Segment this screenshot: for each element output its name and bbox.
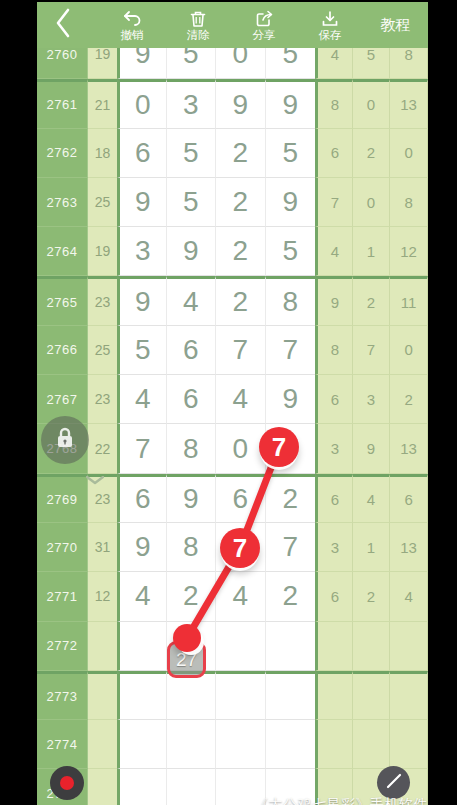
- record-button[interactable]: [50, 766, 84, 800]
- extra-cell-2761-3: 13: [390, 79, 428, 128]
- share-button[interactable]: 分享: [231, 2, 297, 48]
- marker-circle-2768[interactable]: 7: [259, 427, 299, 467]
- collapse-chevron-icon[interactable]: [86, 471, 104, 489]
- undo-label: 撤销: [121, 29, 144, 41]
- digit-cell-2763-2[interactable]: 5: [167, 178, 217, 227]
- extra-cell-2769-2: 4: [353, 474, 391, 523]
- extra-cell-2765-2: 2: [353, 276, 391, 325]
- digit-cell-2773-1[interactable]: [117, 671, 167, 720]
- extra-cell-2774-1: [315, 720, 353, 769]
- share-icon: [255, 10, 274, 28]
- digit-cell-2772-4[interactable]: [266, 622, 316, 671]
- digit-cell-2774-1[interactable]: [117, 720, 167, 769]
- extra-cell-2761-2: 0: [353, 79, 391, 128]
- digit-cell-2769-2[interactable]: 9: [167, 474, 217, 523]
- extra-cell-2769-3: 6: [390, 474, 428, 523]
- extra-cell-2767-1: 6: [315, 375, 353, 424]
- digit-cell-2775-1[interactable]: [117, 769, 167, 805]
- extra-cell-2766-1: 8: [315, 326, 353, 375]
- extra-cell-2763-2: 0: [353, 178, 391, 227]
- extra-cell-2760-1: 4: [315, 48, 353, 79]
- extra-cell-2765-3: 11: [390, 276, 428, 325]
- extra-cell-2760-3: 8: [390, 48, 428, 79]
- sum-cell-2772: [88, 622, 117, 671]
- sum-cell-2765: 23: [88, 276, 117, 325]
- digit-cell-2769-3[interactable]: 6: [216, 474, 266, 523]
- issue-cell-2771: 2771: [37, 572, 88, 621]
- digit-cell-2772-3[interactable]: [216, 622, 266, 671]
- undo-icon: [122, 10, 142, 28]
- digit-cell-2763-1[interactable]: 9: [117, 178, 167, 227]
- digit-cell-2771-1[interactable]: 4: [117, 572, 167, 621]
- undo-button[interactable]: 撤销: [99, 2, 165, 48]
- sum-cell-2767: 23: [88, 375, 117, 424]
- extra-cell-2762-1: 6: [315, 129, 353, 178]
- digit-cell-2770-2[interactable]: 8: [167, 523, 217, 572]
- extra-cell-2764-3: 12: [390, 227, 428, 276]
- pencil-icon: [383, 770, 405, 796]
- digit-cell-2760-1[interactable]: 9: [117, 48, 167, 79]
- sum-cell-2768: 22: [88, 424, 117, 473]
- digit-cell-2760-3[interactable]: 0: [216, 48, 266, 79]
- digit-cell-2774-2[interactable]: [167, 720, 217, 769]
- number-grid: 2760199505458276121039980132762186525620…: [37, 48, 428, 805]
- sum-cell-2773: [88, 671, 117, 720]
- clear-label: 清除: [187, 29, 210, 41]
- extra-cell-2770-3: 13: [390, 523, 428, 572]
- digit-cell-2761-1[interactable]: 0: [117, 79, 167, 128]
- digit-cell-2770-1[interactable]: 9: [117, 523, 167, 572]
- digit-cell-2766-3[interactable]: 7: [216, 326, 266, 375]
- digit-cell-2774-3[interactable]: [216, 720, 266, 769]
- digit-cell-2767-2[interactable]: 6: [167, 375, 217, 424]
- digit-cell-2762-3[interactable]: 2: [216, 129, 266, 178]
- digit-cell-2773-2[interactable]: [167, 671, 217, 720]
- digit-cell-2771-3[interactable]: 4: [216, 572, 266, 621]
- marker-dot-2772[interactable]: [173, 624, 201, 652]
- extra-cell-2768-1: 3: [315, 424, 353, 473]
- extra-cell-2770-2: 1: [353, 523, 391, 572]
- extra-cell-2764-1: 4: [315, 227, 353, 276]
- digit-cell-2766-4[interactable]: 7: [266, 326, 316, 375]
- sum-cell-2763: 25: [88, 178, 117, 227]
- issue-cell-2770: 2770: [37, 523, 88, 572]
- extra-cell-2763-1: 7: [315, 178, 353, 227]
- digit-cell-2766-1[interactable]: 5: [117, 326, 167, 375]
- extra-cell-2771-3: 4: [390, 572, 428, 621]
- extra-cell-2773-3: [390, 671, 428, 720]
- digit-cell-2769-1[interactable]: 6: [117, 474, 167, 523]
- digit-cell-2765-3[interactable]: 2: [216, 276, 266, 325]
- extra-cell-2768-2: 9: [353, 424, 391, 473]
- issue-cell-2772: 2772: [37, 622, 88, 671]
- extra-cell-2761-1: 8: [315, 79, 353, 128]
- digit-cell-2763-4[interactable]: 9: [266, 178, 316, 227]
- tutorial-button[interactable]: 教程: [363, 2, 428, 48]
- digit-cell-2773-3[interactable]: [216, 671, 266, 720]
- digit-cell-2773-4[interactable]: [266, 671, 316, 720]
- issue-cell-2764: 2764: [37, 227, 88, 276]
- sum-cell-2775: [88, 769, 117, 805]
- extra-cell-2768-3: 13: [390, 424, 428, 473]
- digit-cell-2762-2[interactable]: 5: [167, 129, 217, 178]
- issue-cell-2761: 2761: [37, 79, 88, 128]
- digit-cell-2765-4[interactable]: 8: [266, 276, 316, 325]
- sum-cell-2771: 12: [88, 572, 117, 621]
- toolbar: 撤销 清除 分享 保存 教程: [37, 2, 428, 48]
- download-icon: [321, 10, 339, 28]
- digit-cell-2768-2[interactable]: 8: [167, 424, 217, 473]
- digit-cell-2761-4[interactable]: 9: [266, 79, 316, 128]
- issue-cell-2763: 2763: [37, 178, 88, 227]
- extra-cell-2773-2: [353, 671, 391, 720]
- extra-cell-2762-3: 0: [390, 129, 428, 178]
- issue-cell-2774: 2774: [37, 720, 88, 769]
- digit-cell-2760-2[interactable]: 5: [167, 48, 217, 79]
- record-dot-icon: [60, 776, 74, 790]
- extra-cell-2760-2: 5: [353, 48, 391, 79]
- digit-cell-2763-3[interactable]: 2: [216, 178, 266, 227]
- digit-cell-2765-2[interactable]: 4: [167, 276, 217, 325]
- digit-cell-2762-1[interactable]: 6: [117, 129, 167, 178]
- digit-cell-2766-2[interactable]: 6: [167, 326, 217, 375]
- extra-cell-2762-2: 2: [353, 129, 391, 178]
- digit-cell-2768-1[interactable]: 7: [117, 424, 167, 473]
- digit-cell-2770-4[interactable]: 7: [266, 523, 316, 572]
- extra-cell-2766-3: 0: [390, 326, 428, 375]
- digit-cell-2761-2[interactable]: 3: [167, 79, 217, 128]
- extra-cell-2771-1: 6: [315, 572, 353, 621]
- digit-cell-2764-2[interactable]: 9: [167, 227, 217, 276]
- extra-cell-2763-3: 8: [390, 178, 428, 227]
- sum-cell-2764: 19: [88, 227, 117, 276]
- digit-cell-2774-4[interactable]: [266, 720, 316, 769]
- digit-cell-2767-3[interactable]: 4: [216, 375, 266, 424]
- extra-cell-2767-3: 2: [390, 375, 428, 424]
- digit-cell-2767-1[interactable]: 4: [117, 375, 167, 424]
- trend-table: 2760199505458276121039980132762186525620…: [37, 48, 428, 805]
- sum-cell-2760: 19: [88, 48, 117, 79]
- sum-cell-2774: [88, 720, 117, 769]
- share-label: 分享: [253, 29, 276, 41]
- issue-cell-2769: 2769: [37, 474, 88, 523]
- app-screen: 撤销 清除 分享 保存 教程 2760199505458276121039980…: [0, 0, 457, 805]
- digit-cell-2761-3[interactable]: 9: [216, 79, 266, 128]
- digit-cell-2765-1[interactable]: 9: [117, 276, 167, 325]
- extra-cell-2767-2: 3: [353, 375, 391, 424]
- extra-cell-2765-1: 9: [315, 276, 353, 325]
- extra-cell-2772-2: [353, 622, 391, 671]
- sum-cell-2762: 18: [88, 129, 117, 178]
- digit-cell-2771-2[interactable]: 2: [167, 572, 217, 621]
- extra-cell-2774-2: [353, 720, 391, 769]
- save-label: 保存: [319, 29, 342, 41]
- extra-cell-2769-1: 6: [315, 474, 353, 523]
- digit-cell-2764-3[interactable]: 2: [216, 227, 266, 276]
- issue-cell-2773: 2773: [37, 671, 88, 720]
- lock-button[interactable]: [41, 416, 89, 464]
- digit-cell-2762-4[interactable]: 5: [266, 129, 316, 178]
- save-button[interactable]: 保存: [297, 2, 363, 48]
- digit-cell-2769-4[interactable]: 2: [266, 474, 316, 523]
- extra-cell-2773-1: [315, 671, 353, 720]
- extra-cell-2772-1: [315, 622, 353, 671]
- extra-cell-2764-2: 1: [353, 227, 391, 276]
- issue-cell-2762: 2762: [37, 129, 88, 178]
- extra-cell-2772-3: [390, 622, 428, 671]
- digit-cell-2771-4[interactable]: 2: [266, 572, 316, 621]
- draw-button[interactable]: [377, 766, 410, 799]
- clear-button[interactable]: 清除: [165, 2, 231, 48]
- extra-cell-2774-3: [390, 720, 428, 769]
- digit-cell-2764-1[interactable]: 3: [117, 227, 167, 276]
- sum-cell-2761: 21: [88, 79, 117, 128]
- issue-cell-2766: 2766: [37, 326, 88, 375]
- digit-cell-2767-4[interactable]: 9: [266, 375, 316, 424]
- issue-cell-2760: 2760: [37, 48, 88, 79]
- back-button[interactable]: [37, 2, 89, 48]
- issue-cell-2765: 2765: [37, 276, 88, 325]
- digit-cell-2772-1[interactable]: [117, 622, 167, 671]
- digit-cell-2760-4[interactable]: 5: [266, 48, 316, 79]
- chevron-left-icon: [55, 8, 71, 42]
- digit-cell-2768-3[interactable]: 0: [216, 424, 266, 473]
- trash-icon: [189, 10, 207, 28]
- marker-circle-2770[interactable]: 7: [220, 528, 260, 568]
- sum-cell-2770: 31: [88, 523, 117, 572]
- digit-cell-2775-2[interactable]: [167, 769, 217, 805]
- extra-cell-2771-2: 2: [353, 572, 391, 621]
- digit-cell-2764-4[interactable]: 5: [266, 227, 316, 276]
- extra-cell-2770-1: 3: [315, 523, 353, 572]
- sum-cell-2766: 25: [88, 326, 117, 375]
- extra-cell-2766-2: 7: [353, 326, 391, 375]
- watermark-text: 《大公鸡七星彩》手机软件: [254, 796, 428, 805]
- lock-icon: [54, 426, 76, 454]
